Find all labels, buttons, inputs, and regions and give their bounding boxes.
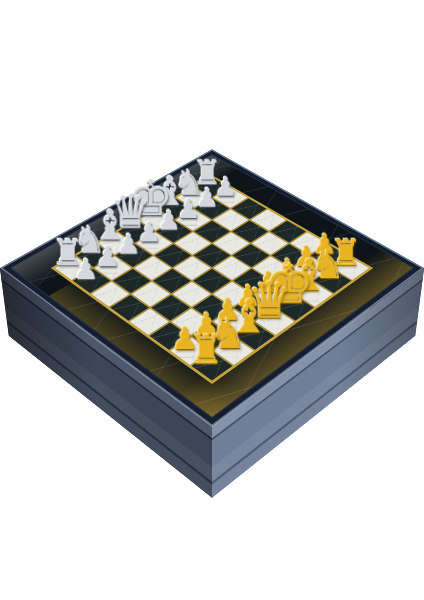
silver-pawn-a7: ♟	[56, 256, 117, 284]
gold-rook-a1: ♜	[173, 330, 240, 370]
square-e5	[194, 244, 230, 267]
product-photo-stage: ♜♟♟♜♞♟♟♞♝♟♟♝♚♟♟♚♛♟♟♛♝♟♟♝♞♟♟♞♜♟♟♜	[0, 0, 424, 600]
chess-box: ♜♟♟♜♞♟♟♞♝♟♟♝♚♟♟♚♛♟♟♛♝♟♟♝♞♟♟♞♜♟♟♜	[0, 149, 424, 427]
square-g5	[232, 221, 267, 243]
board-lid: ♜♟♟♜♞♟♟♞♝♟♟♝♚♟♟♚♛♟♟♛♝♟♟♝♞♟♟♞♜♟♟♜	[0, 149, 424, 427]
